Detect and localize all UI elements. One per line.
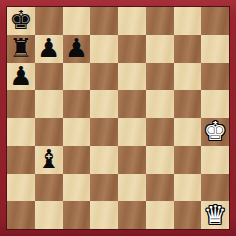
square-f4[interactable] — [146, 118, 174, 146]
square-e1[interactable] — [118, 201, 146, 229]
square-e3[interactable] — [118, 146, 146, 174]
square-a6[interactable]: ♟ — [7, 63, 35, 91]
square-g4[interactable] — [174, 118, 202, 146]
square-f6[interactable] — [146, 63, 174, 91]
square-c5[interactable] — [63, 90, 91, 118]
square-h8[interactable] — [201, 7, 229, 35]
square-e2[interactable] — [118, 174, 146, 202]
square-f2[interactable] — [146, 174, 174, 202]
board-frame: ♚♜♟♟♟♚♝♛ — [0, 0, 236, 236]
square-g1[interactable] — [174, 201, 202, 229]
square-h5[interactable] — [201, 90, 229, 118]
square-b1[interactable] — [35, 201, 63, 229]
white-queen[interactable]: ♛ — [203, 202, 226, 229]
square-c1[interactable] — [63, 201, 91, 229]
square-d3[interactable] — [90, 146, 118, 174]
square-d1[interactable] — [90, 201, 118, 229]
square-a1[interactable] — [7, 201, 35, 229]
square-h4[interactable]: ♚ — [201, 118, 229, 146]
square-h7[interactable] — [201, 35, 229, 63]
square-e8[interactable] — [118, 7, 146, 35]
black-rook[interactable]: ♜ — [9, 35, 32, 62]
square-b2[interactable] — [35, 174, 63, 202]
square-b6[interactable] — [35, 63, 63, 91]
square-a4[interactable] — [7, 118, 35, 146]
black-bishop[interactable]: ♝ — [37, 146, 60, 173]
square-a8[interactable]: ♚ — [7, 7, 35, 35]
square-c6[interactable] — [63, 63, 91, 91]
white-king[interactable]: ♚ — [203, 118, 226, 145]
square-f1[interactable] — [146, 201, 174, 229]
square-d4[interactable] — [90, 118, 118, 146]
square-d5[interactable] — [90, 90, 118, 118]
black-king[interactable]: ♚ — [9, 7, 32, 34]
square-h1[interactable]: ♛ — [201, 201, 229, 229]
black-pawn[interactable]: ♟ — [65, 35, 88, 62]
square-a7[interactable]: ♜ — [7, 35, 35, 63]
square-f5[interactable] — [146, 90, 174, 118]
square-b7[interactable]: ♟ — [35, 35, 63, 63]
chess-board: ♚♜♟♟♟♚♝♛ — [7, 7, 229, 229]
square-g8[interactable] — [174, 7, 202, 35]
square-b8[interactable] — [35, 7, 63, 35]
square-c8[interactable] — [63, 7, 91, 35]
square-a2[interactable] — [7, 174, 35, 202]
square-f7[interactable] — [146, 35, 174, 63]
square-c3[interactable] — [63, 146, 91, 174]
square-b3[interactable]: ♝ — [35, 146, 63, 174]
square-g7[interactable] — [174, 35, 202, 63]
square-h2[interactable] — [201, 174, 229, 202]
black-pawn[interactable]: ♟ — [37, 35, 60, 62]
square-b5[interactable] — [35, 90, 63, 118]
square-a3[interactable] — [7, 146, 35, 174]
square-f3[interactable] — [146, 146, 174, 174]
square-h3[interactable] — [201, 146, 229, 174]
black-pawn[interactable]: ♟ — [9, 63, 32, 90]
square-d8[interactable] — [90, 7, 118, 35]
square-e6[interactable] — [118, 63, 146, 91]
square-b4[interactable] — [35, 118, 63, 146]
square-g6[interactable] — [174, 63, 202, 91]
square-h6[interactable] — [201, 63, 229, 91]
square-c2[interactable] — [63, 174, 91, 202]
square-e5[interactable] — [118, 90, 146, 118]
square-g2[interactable] — [174, 174, 202, 202]
square-c4[interactable] — [63, 118, 91, 146]
square-f8[interactable] — [146, 7, 174, 35]
square-c7[interactable]: ♟ — [63, 35, 91, 63]
square-a5[interactable] — [7, 90, 35, 118]
square-g3[interactable] — [174, 146, 202, 174]
square-d7[interactable] — [90, 35, 118, 63]
square-e7[interactable] — [118, 35, 146, 63]
square-d6[interactable] — [90, 63, 118, 91]
square-d2[interactable] — [90, 174, 118, 202]
square-g5[interactable] — [174, 90, 202, 118]
square-e4[interactable] — [118, 118, 146, 146]
